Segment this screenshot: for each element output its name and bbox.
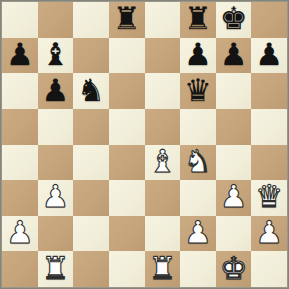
square-a7[interactable]: ♟ [2, 38, 38, 74]
square-e1[interactable]: ♜ [145, 251, 181, 287]
square-b2[interactable] [38, 216, 74, 252]
square-g3[interactable]: ♟ [216, 180, 252, 216]
white-pawn[interactable]: ♟ [42, 181, 70, 212]
square-h7[interactable]: ♟ [251, 38, 287, 74]
chess-board: ♜♜♚♟♝♟♟♟♟♞♛♝♞♟♟♛♟♟♟♜♜♚ [0, 0, 289, 289]
white-rook[interactable]: ♜ [42, 253, 70, 284]
square-d6[interactable] [109, 73, 145, 109]
square-c1[interactable] [73, 251, 109, 287]
square-d5[interactable] [109, 109, 145, 145]
square-f5[interactable] [180, 109, 216, 145]
square-e4[interactable]: ♝ [145, 145, 181, 181]
square-d4[interactable] [109, 145, 145, 181]
black-rook[interactable]: ♜ [184, 3, 212, 34]
square-g7[interactable]: ♟ [216, 38, 252, 74]
white-pawn[interactable]: ♟ [220, 181, 248, 212]
square-b6[interactable]: ♟ [38, 73, 74, 109]
white-knight[interactable]: ♞ [184, 146, 212, 177]
square-c4[interactable] [73, 145, 109, 181]
square-c5[interactable] [73, 109, 109, 145]
chess-board-window: ♜♜♚♟♝♟♟♟♟♞♛♝♞♟♟♛♟♟♟♜♜♚ [0, 0, 289, 289]
square-a8[interactable] [2, 2, 38, 38]
square-h6[interactable] [251, 73, 287, 109]
black-pawn[interactable]: ♟ [6, 39, 34, 70]
square-b5[interactable] [38, 109, 74, 145]
square-g2[interactable] [216, 216, 252, 252]
black-pawn[interactable]: ♟ [184, 39, 212, 70]
white-pawn[interactable]: ♟ [184, 217, 212, 248]
black-pawn[interactable]: ♟ [255, 39, 283, 70]
square-f6[interactable]: ♛ [180, 73, 216, 109]
square-f4[interactable]: ♞ [180, 145, 216, 181]
square-h3[interactable]: ♛ [251, 180, 287, 216]
square-e2[interactable] [145, 216, 181, 252]
square-g4[interactable] [216, 145, 252, 181]
square-f8[interactable]: ♜ [180, 2, 216, 38]
square-c6[interactable]: ♞ [73, 73, 109, 109]
black-knight[interactable]: ♞ [77, 75, 105, 106]
square-e7[interactable] [145, 38, 181, 74]
square-h8[interactable] [251, 2, 287, 38]
white-pawn[interactable]: ♟ [255, 217, 283, 248]
square-a4[interactable] [2, 145, 38, 181]
square-a5[interactable] [2, 109, 38, 145]
black-pawn[interactable]: ♟ [42, 75, 70, 106]
square-f3[interactable] [180, 180, 216, 216]
square-c7[interactable] [73, 38, 109, 74]
square-d8[interactable]: ♜ [109, 2, 145, 38]
square-g1[interactable]: ♚ [216, 251, 252, 287]
square-e5[interactable] [145, 109, 181, 145]
white-queen[interactable]: ♛ [255, 181, 283, 212]
square-h1[interactable] [251, 251, 287, 287]
square-a1[interactable] [2, 251, 38, 287]
square-c3[interactable] [73, 180, 109, 216]
square-h2[interactable]: ♟ [251, 216, 287, 252]
square-g5[interactable] [216, 109, 252, 145]
square-a3[interactable] [2, 180, 38, 216]
square-h5[interactable] [251, 109, 287, 145]
white-rook[interactable]: ♜ [148, 253, 176, 284]
white-king[interactable]: ♚ [220, 253, 248, 284]
square-h4[interactable] [251, 145, 287, 181]
black-queen[interactable]: ♛ [184, 75, 212, 106]
square-c8[interactable] [73, 2, 109, 38]
square-d1[interactable] [109, 251, 145, 287]
square-b8[interactable] [38, 2, 74, 38]
black-bishop[interactable]: ♝ [42, 39, 70, 70]
square-e8[interactable] [145, 2, 181, 38]
square-b7[interactable]: ♝ [38, 38, 74, 74]
white-pawn[interactable]: ♟ [6, 217, 34, 248]
square-b1[interactable]: ♜ [38, 251, 74, 287]
square-g6[interactable] [216, 73, 252, 109]
white-bishop[interactable]: ♝ [148, 146, 176, 177]
square-e6[interactable] [145, 73, 181, 109]
square-a6[interactable] [2, 73, 38, 109]
square-g8[interactable]: ♚ [216, 2, 252, 38]
black-pawn[interactable]: ♟ [220, 39, 248, 70]
square-b3[interactable]: ♟ [38, 180, 74, 216]
square-f1[interactable] [180, 251, 216, 287]
square-f2[interactable]: ♟ [180, 216, 216, 252]
square-d3[interactable] [109, 180, 145, 216]
square-d2[interactable] [109, 216, 145, 252]
black-rook[interactable]: ♜ [113, 3, 141, 34]
black-king[interactable]: ♚ [220, 3, 248, 34]
square-c2[interactable] [73, 216, 109, 252]
square-f7[interactable]: ♟ [180, 38, 216, 74]
square-d7[interactable] [109, 38, 145, 74]
square-b4[interactable] [38, 145, 74, 181]
square-e3[interactable] [145, 180, 181, 216]
square-a2[interactable]: ♟ [2, 216, 38, 252]
